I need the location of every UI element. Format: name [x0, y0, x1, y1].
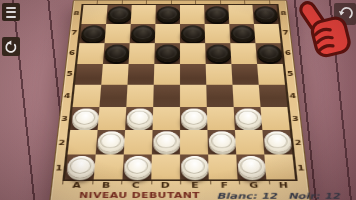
square-g1[interactable] — [236, 154, 266, 179]
square-g7[interactable] — [229, 24, 255, 43]
square-b5 — [101, 64, 128, 85]
board-grid — [62, 4, 297, 181]
white-piece-d2[interactable] — [153, 132, 180, 153]
file-labels: ABCDEFGH — [52, 181, 309, 190]
square-a4 — [73, 85, 102, 107]
square-f1 — [208, 154, 237, 179]
white-piece-h2[interactable] — [263, 132, 292, 153]
white-piece-a1[interactable] — [66, 156, 95, 178]
square-h5 — [257, 64, 285, 85]
square-h3 — [261, 107, 290, 130]
square-e1[interactable] — [180, 154, 209, 179]
square-c5[interactable] — [127, 64, 154, 85]
score-white: Blanc: 12 — [216, 191, 277, 200]
square-f8[interactable] — [204, 5, 229, 24]
file-label-a: A — [61, 181, 91, 190]
black-piece-d6[interactable] — [155, 45, 180, 62]
white-piece-b2[interactable] — [96, 132, 124, 153]
square-g8 — [228, 5, 254, 24]
square-c7[interactable] — [130, 24, 156, 43]
black-piece-g7[interactable] — [230, 25, 255, 42]
square-a3[interactable] — [70, 107, 99, 130]
square-g2 — [235, 130, 264, 154]
square-c4 — [126, 85, 153, 107]
black-piece-d8[interactable] — [156, 6, 180, 22]
square-h1 — [264, 154, 295, 179]
score-black: Noir: 12 — [287, 191, 340, 200]
black-piece-f6[interactable] — [206, 45, 231, 62]
menu-button[interactable] — [2, 3, 20, 21]
white-piece-a3[interactable] — [71, 108, 99, 128]
level-label: NIVEAU DEBUTANT — [79, 191, 200, 199]
square-d4[interactable] — [153, 85, 180, 107]
square-b2[interactable] — [96, 130, 125, 154]
black-piece-e7[interactable] — [181, 25, 205, 42]
square-g3[interactable] — [234, 107, 263, 130]
checkers-board: 87654321 87654321 ABCDEFGH NIVEAU DEBUTA… — [49, 0, 311, 200]
square-d2[interactable] — [152, 130, 180, 154]
black-piece-b8[interactable] — [107, 6, 131, 22]
black-piece-a7[interactable] — [80, 25, 105, 42]
square-c2 — [124, 130, 153, 154]
square-d3 — [153, 107, 180, 130]
thumbs-up-feedback-icon — [295, 0, 353, 62]
square-d7 — [155, 24, 180, 43]
square-a6 — [77, 43, 104, 63]
status-row: NIVEAU DEBUTANT Blanc: 12Noir: 12 — [50, 190, 310, 200]
score-label: Blanc: 12Noir: 12 — [216, 191, 351, 200]
white-piece-c1[interactable] — [123, 156, 151, 178]
square-h4[interactable] — [259, 85, 288, 107]
square-d5 — [154, 64, 180, 85]
square-h2[interactable] — [262, 130, 292, 154]
file-label-b: B — [91, 181, 121, 190]
square-b8[interactable] — [106, 5, 132, 24]
square-c1[interactable] — [122, 154, 151, 179]
square-f7 — [205, 24, 231, 43]
square-e4 — [180, 85, 207, 107]
white-piece-g3[interactable] — [234, 108, 261, 128]
square-a2 — [68, 130, 98, 154]
square-f3 — [207, 107, 235, 130]
file-label-h: H — [268, 181, 298, 190]
rank-label-8: 8 — [278, 4, 288, 23]
square-c3[interactable] — [125, 107, 153, 130]
square-d8[interactable] — [155, 5, 180, 24]
square-e2 — [180, 130, 208, 154]
square-d1 — [151, 154, 180, 179]
file-label-g: G — [239, 181, 269, 190]
square-e6 — [180, 43, 206, 63]
white-piece-e1[interactable] — [181, 156, 209, 178]
white-piece-e3[interactable] — [181, 108, 207, 128]
game-scene: 87654321 87654321 ABCDEFGH NIVEAU DEBUTA… — [0, 0, 356, 200]
square-e8 — [180, 5, 205, 24]
square-e7[interactable] — [180, 24, 205, 43]
square-d6[interactable] — [154, 43, 180, 63]
rank-label-7: 7 — [280, 23, 291, 43]
black-piece-h8[interactable] — [253, 6, 278, 22]
square-a5[interactable] — [75, 64, 103, 85]
square-b3 — [98, 107, 127, 130]
file-label-d: D — [150, 181, 180, 190]
square-a7[interactable] — [79, 24, 106, 43]
rank-label-2: 2 — [292, 131, 304, 156]
board-middle: 87654321 87654321 — [53, 4, 308, 181]
square-f2[interactable] — [207, 130, 236, 154]
square-b4[interactable] — [99, 85, 127, 107]
black-piece-b6[interactable] — [104, 45, 130, 62]
black-piece-c7[interactable] — [130, 25, 155, 42]
square-e3[interactable] — [180, 107, 207, 130]
square-b6[interactable] — [103, 43, 130, 63]
file-label-e: E — [180, 181, 210, 190]
square-f4[interactable] — [206, 85, 233, 107]
black-piece-f8[interactable] — [205, 6, 229, 22]
white-piece-c3[interactable] — [126, 108, 153, 128]
square-a1[interactable] — [65, 154, 96, 179]
square-f5 — [206, 64, 233, 85]
square-h7 — [254, 24, 281, 43]
white-piece-f2[interactable] — [208, 132, 235, 153]
rank-label-3: 3 — [290, 107, 302, 131]
rank-label-6: 6 — [283, 43, 294, 64]
square-g6 — [230, 43, 257, 63]
board-frame-bottom: ABCDEFGH NIVEAU DEBUTANT Blanc: 12Noir: … — [50, 181, 310, 200]
square-e5[interactable] — [180, 64, 206, 85]
square-b1 — [94, 154, 124, 179]
rank-label-5: 5 — [285, 63, 296, 84]
rank-label-1: 1 — [295, 155, 307, 181]
square-g5[interactable] — [231, 64, 258, 85]
restart-circular-arrow-icon — [4, 40, 18, 54]
square-c6 — [129, 43, 155, 63]
rank-label-4: 4 — [287, 85, 298, 107]
square-g4 — [233, 85, 261, 107]
square-b7 — [105, 24, 131, 43]
square-c8 — [131, 5, 156, 24]
square-f6[interactable] — [205, 43, 231, 63]
file-label-f: F — [209, 181, 239, 190]
restart-button[interactable] — [2, 37, 20, 56]
black-piece-h6[interactable] — [256, 45, 282, 62]
white-piece-g1[interactable] — [237, 156, 266, 178]
file-label-c: C — [121, 181, 151, 190]
square-a8 — [81, 5, 107, 24]
square-h6[interactable] — [255, 43, 282, 63]
square-h8[interactable] — [252, 5, 278, 24]
hamburger-menu-icon — [6, 7, 16, 9]
